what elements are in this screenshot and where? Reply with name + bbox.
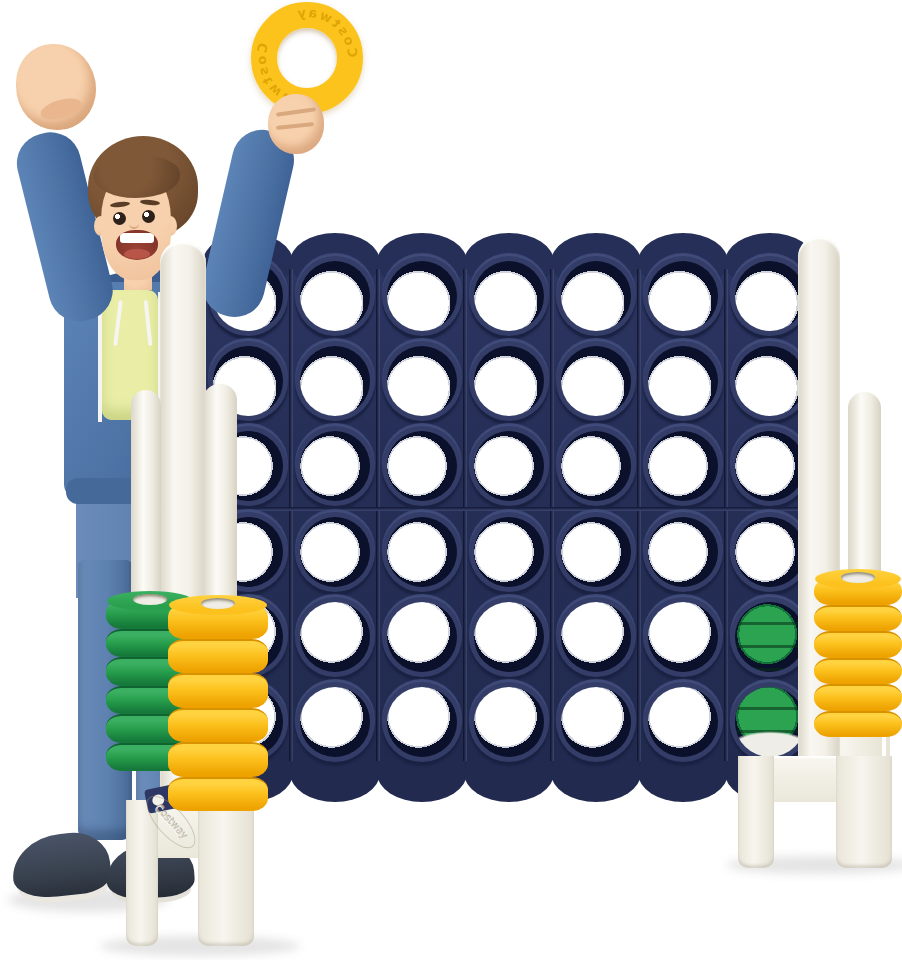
right-eye: [142, 210, 155, 223]
yellow-disc-stack-left: [168, 604, 268, 811]
right-front-storage-rod: [848, 392, 881, 592]
yellow-disc: [814, 684, 902, 711]
raised-left-arm-sleeve: [197, 124, 300, 323]
yellow-disc: [814, 605, 902, 632]
yellow-disc: [168, 639, 268, 674]
yellow-disc: [168, 673, 268, 708]
left-eye: [113, 212, 126, 225]
stack-rod-hole: [133, 594, 167, 605]
stack-top-cap: [169, 595, 267, 615]
yellow-disc: [814, 658, 902, 685]
stack-top-cap: [815, 569, 901, 589]
yellow-disc: [168, 742, 268, 777]
right-leg-rear-column: [836, 756, 892, 868]
yellow-disc-stack-right: [814, 578, 902, 737]
yellow-disc: [168, 777, 268, 812]
teeth: [120, 233, 154, 243]
smiling-mouth: [116, 230, 158, 260]
nose: [129, 218, 139, 229]
product-photo-stage: Costway Costway Costway: [0, 0, 902, 960]
left-shoe: [9, 829, 113, 901]
right-leg-front-column: [738, 756, 774, 868]
stack-rod-hole: [201, 598, 235, 609]
yellow-disc: [814, 631, 902, 658]
yellow-disc: [814, 578, 902, 605]
yellow-disc: [168, 708, 268, 743]
left-rear-storage-rod: [131, 390, 161, 615]
left-leg-rear-column: [198, 800, 254, 946]
stack-rod-hole: [841, 572, 875, 583]
tongue: [124, 249, 150, 259]
left-front-storage-rod: [203, 384, 237, 619]
yellow-disc: [814, 711, 902, 738]
yellow-disc: [168, 604, 268, 639]
